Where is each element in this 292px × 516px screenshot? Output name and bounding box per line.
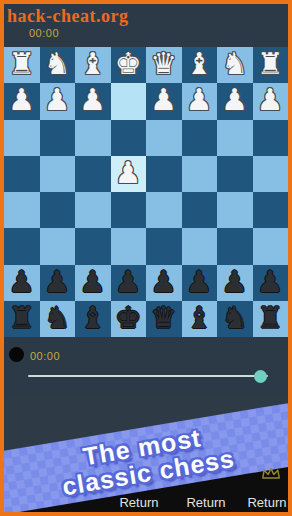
square-e7[interactable]: ♟ [111,265,147,301]
square-c1[interactable]: ♝ [182,47,218,83]
black-rook: ♜ [8,303,35,333]
white-king: ♚ [115,49,142,79]
square-c8[interactable]: ♝ [182,301,218,337]
square-e5[interactable] [111,192,147,228]
square-e2[interactable] [111,83,147,119]
square-f2[interactable]: ♟ [75,83,111,119]
square-d6[interactable] [146,228,182,264]
white-knight: ♞ [221,49,248,79]
promo-section: The most classic chess Return Return Ret… [4,395,288,512]
square-f3[interactable] [75,120,111,156]
white-pawn: ♟ [221,85,248,115]
black-pawn: ♟ [186,267,213,297]
square-h4[interactable] [4,156,40,192]
top-player-clock: 00:00 [29,27,59,39]
square-g1[interactable]: ♞ [40,47,76,83]
black-pawn: ♟ [8,267,35,297]
square-d4[interactable] [146,156,182,192]
square-g7[interactable]: ♟ [40,265,76,301]
square-b4[interactable] [217,156,253,192]
return-button[interactable]: Return [176,495,236,510]
white-pawn: ♟ [8,85,35,115]
white-queen: ♛ [150,49,177,79]
white-pawn: ♟ [44,85,71,115]
square-d3[interactable] [146,120,182,156]
black-pawn: ♟ [115,267,142,297]
black-pawn: ♟ [44,267,71,297]
white-rook: ♜ [257,49,284,79]
square-f1[interactable]: ♝ [75,47,111,83]
square-a5[interactable] [253,192,289,228]
bottom-player-bar: 00:00 [4,337,288,395]
square-f8[interactable]: ♝ [75,301,111,337]
square-a8[interactable]: ♜ [253,301,289,337]
square-f4[interactable] [75,156,111,192]
black-pawn: ♟ [257,267,284,297]
square-e6[interactable] [111,228,147,264]
square-d1[interactable]: ♛ [146,47,182,83]
square-a2[interactable]: ♟ [253,83,289,119]
square-h7[interactable]: ♟ [4,265,40,301]
black-knight: ♞ [221,303,248,333]
square-b3[interactable] [217,120,253,156]
square-d2[interactable]: ♟ [146,83,182,119]
bottom-player-avatar [9,347,24,362]
square-e1[interactable]: ♚ [111,47,147,83]
square-c3[interactable] [182,120,218,156]
white-pawn: ♟ [115,158,142,188]
white-pawn: ♟ [257,85,284,115]
square-c7[interactable]: ♟ [182,265,218,301]
square-b1[interactable]: ♞ [217,47,253,83]
square-g2[interactable]: ♟ [40,83,76,119]
watermark: hack-cheat.org [7,6,128,27]
square-e4[interactable]: ♟ [111,156,147,192]
square-a7[interactable]: ♟ [253,265,289,301]
square-c5[interactable] [182,192,218,228]
square-g8[interactable]: ♞ [40,301,76,337]
white-pawn: ♟ [150,85,177,115]
white-rook: ♜ [8,49,35,79]
square-b8[interactable]: ♞ [217,301,253,337]
black-king: ♚ [115,303,142,333]
return-button[interactable]: Return [109,495,169,510]
white-bishop: ♝ [186,49,213,79]
square-h2[interactable]: ♟ [4,83,40,119]
square-b5[interactable] [217,192,253,228]
square-g4[interactable] [40,156,76,192]
white-bishop: ♝ [79,49,106,79]
square-h5[interactable] [4,192,40,228]
square-h1[interactable]: ♜ [4,47,40,83]
square-g5[interactable] [40,192,76,228]
black-queen: ♛ [150,303,177,333]
square-f6[interactable] [75,228,111,264]
black-pawn: ♟ [150,267,177,297]
square-a3[interactable] [253,120,289,156]
square-b2[interactable]: ♟ [217,83,253,119]
square-b6[interactable] [217,228,253,264]
slider-track[interactable] [28,375,268,377]
square-f5[interactable] [75,192,111,228]
square-e3[interactable] [111,120,147,156]
square-g6[interactable] [40,228,76,264]
square-a6[interactable] [253,228,289,264]
white-pawn: ♟ [79,85,106,115]
black-bishop: ♝ [79,303,106,333]
square-a4[interactable] [253,156,289,192]
white-pawn: ♟ [186,85,213,115]
square-h3[interactable] [4,120,40,156]
slider-knob[interactable] [254,370,267,383]
black-pawn: ♟ [221,267,248,297]
square-d5[interactable] [146,192,182,228]
square-f7[interactable]: ♟ [75,265,111,301]
black-bishop: ♝ [186,303,213,333]
square-a1[interactable]: ♜ [253,47,289,83]
square-c4[interactable] [182,156,218,192]
black-knight: ♞ [44,303,71,333]
crown-icon[interactable] [260,466,282,481]
square-h6[interactable] [4,228,40,264]
return-button[interactable]: Return [237,495,288,510]
top-player-bar: hack-cheat.org 00:00 [4,4,288,47]
square-b7[interactable]: ♟ [217,265,253,301]
square-d7[interactable]: ♟ [146,265,182,301]
black-rook: ♜ [257,303,284,333]
bottom-player-clock: 00:00 [30,350,60,362]
square-g3[interactable] [40,120,76,156]
square-c6[interactable] [182,228,218,264]
white-knight: ♞ [44,49,71,79]
square-e8[interactable]: ♚ [111,301,147,337]
app-window: hack-cheat.org 00:00 ♜♞♝♚♛♝♞♜♟♟♟♟♟♟♟♟♟♟♟… [0,0,292,516]
black-pawn: ♟ [79,267,106,297]
square-d8[interactable]: ♛ [146,301,182,337]
square-h8[interactable]: ♜ [4,301,40,337]
chess-board: ♜♞♝♚♛♝♞♜♟♟♟♟♟♟♟♟♟♟♟♟♟♟♟♟♜♞♝♚♛♝♞♜ [4,47,288,337]
square-c2[interactable]: ♟ [182,83,218,119]
